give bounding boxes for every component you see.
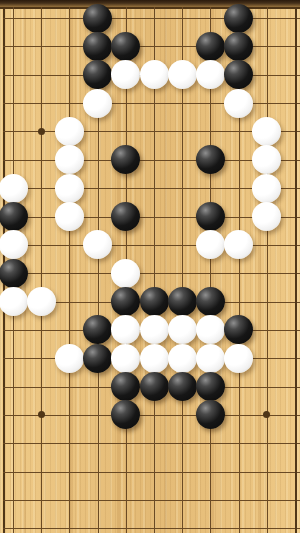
white-stone — [55, 145, 84, 174]
black-stone — [196, 287, 225, 316]
black-stone — [224, 315, 253, 344]
grid-line-horizontal — [3, 103, 300, 104]
grid-line-vertical — [41, 7, 42, 533]
black-stone — [83, 344, 112, 373]
white-stone — [140, 344, 169, 373]
black-stone — [111, 400, 140, 429]
black-stone — [196, 400, 225, 429]
white-stone — [224, 89, 253, 118]
white-stone — [83, 230, 112, 259]
white-stone — [168, 344, 197, 373]
white-stone — [0, 174, 28, 203]
white-stone — [55, 344, 84, 373]
board-edge-line-right — [295, 7, 297, 533]
black-stone — [224, 4, 253, 33]
grid-line-horizontal — [3, 273, 300, 274]
grid-line-horizontal — [3, 500, 300, 501]
white-stone — [252, 202, 281, 231]
white-stone — [252, 117, 281, 146]
hoshi-point — [38, 128, 45, 135]
black-stone — [140, 372, 169, 401]
white-stone — [224, 344, 253, 373]
white-stone — [168, 60, 197, 89]
black-stone — [111, 287, 140, 316]
black-stone — [83, 32, 112, 61]
grid-line-horizontal — [3, 46, 300, 47]
grid-line-horizontal — [3, 245, 300, 246]
white-stone — [252, 145, 281, 174]
black-stone — [224, 60, 253, 89]
black-stone — [111, 145, 140, 174]
black-stone — [196, 202, 225, 231]
app-screen — [0, 0, 300, 533]
white-stone — [55, 202, 84, 231]
white-stone — [55, 117, 84, 146]
white-stone — [224, 230, 253, 259]
white-stone — [27, 287, 56, 316]
grid-line-horizontal — [3, 443, 300, 444]
white-stone — [196, 344, 225, 373]
grid-line-vertical — [267, 7, 268, 533]
white-stone — [111, 315, 140, 344]
white-stone — [0, 287, 28, 316]
grid-line-horizontal — [3, 18, 300, 19]
white-stone — [83, 89, 112, 118]
black-stone — [83, 4, 112, 33]
white-stone — [196, 230, 225, 259]
white-stone — [140, 60, 169, 89]
white-stone — [196, 60, 225, 89]
white-stone — [55, 174, 84, 203]
black-stone — [0, 259, 28, 288]
white-stone — [140, 315, 169, 344]
white-stone — [111, 344, 140, 373]
white-stone — [111, 259, 140, 288]
board-top-edge — [0, 0, 300, 7]
black-stone — [168, 287, 197, 316]
grid-line-horizontal — [3, 528, 300, 529]
black-stone — [196, 32, 225, 61]
black-stone — [168, 372, 197, 401]
black-stone — [0, 202, 28, 231]
grid-line-vertical — [69, 7, 70, 533]
white-stone — [111, 60, 140, 89]
white-stone — [196, 315, 225, 344]
white-stone — [168, 315, 197, 344]
black-stone — [111, 372, 140, 401]
go-board[interactable] — [0, 0, 300, 533]
hoshi-point — [38, 411, 45, 418]
hoshi-point — [263, 411, 270, 418]
white-stone — [252, 174, 281, 203]
board-edge-line-top — [0, 7, 300, 9]
black-stone — [83, 60, 112, 89]
black-stone — [196, 145, 225, 174]
black-stone — [111, 202, 140, 231]
white-stone — [0, 230, 28, 259]
grid-line-horizontal — [3, 472, 300, 473]
black-stone — [140, 287, 169, 316]
black-stone — [224, 32, 253, 61]
black-stone — [83, 315, 112, 344]
black-stone — [111, 32, 140, 61]
black-stone — [196, 372, 225, 401]
grid-line-horizontal — [3, 415, 300, 416]
